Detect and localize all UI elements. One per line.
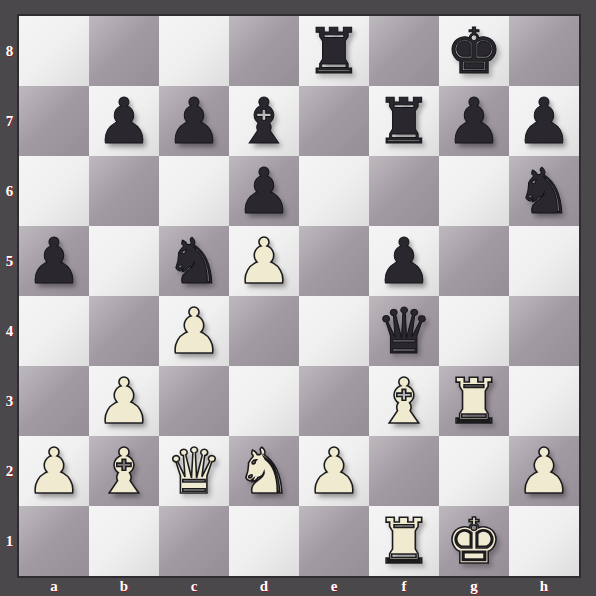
square-c6[interactable]	[159, 156, 229, 226]
piece-black-pawn-d6[interactable]: ♟	[236, 160, 292, 223]
piece-black-rook-f7[interactable]: ♜	[376, 90, 432, 153]
square-h5[interactable]	[509, 226, 579, 296]
square-d5[interactable]: ♟	[229, 226, 299, 296]
square-b2[interactable]: ♝	[89, 436, 159, 506]
piece-black-pawn-g7[interactable]: ♟	[446, 90, 502, 153]
square-h6[interactable]: ♞	[509, 156, 579, 226]
square-c1[interactable]	[159, 506, 229, 576]
square-b4[interactable]	[89, 296, 159, 366]
square-a7[interactable]	[19, 86, 89, 156]
piece-white-king-g1[interactable]: ♚	[446, 510, 502, 573]
square-c3[interactable]	[159, 366, 229, 436]
square-d4[interactable]	[229, 296, 299, 366]
file-label-h: h	[509, 576, 579, 596]
square-h1[interactable]	[509, 506, 579, 576]
rank-label-6: 6	[0, 156, 19, 226]
square-d7[interactable]: ♝	[229, 86, 299, 156]
rank-labels: 87654321	[0, 16, 19, 576]
chess-board: ♜♚♟♟♝♜♟♟♟♞♟♞♟♟♟♛♟♝♜♟♝♛♞♟♟♜♚	[19, 16, 579, 576]
square-b1[interactable]	[89, 506, 159, 576]
piece-white-pawn-h2[interactable]: ♟	[516, 440, 572, 503]
square-g3[interactable]: ♜	[439, 366, 509, 436]
piece-white-bishop-b2[interactable]: ♝	[96, 440, 152, 503]
square-c2[interactable]: ♛	[159, 436, 229, 506]
square-e4[interactable]	[299, 296, 369, 366]
piece-white-queen-c2[interactable]: ♛	[166, 440, 222, 503]
rank-label-5: 5	[0, 226, 19, 296]
square-a3[interactable]	[19, 366, 89, 436]
square-b7[interactable]: ♟	[89, 86, 159, 156]
file-label-d: d	[229, 576, 299, 596]
square-e7[interactable]	[299, 86, 369, 156]
square-g5[interactable]	[439, 226, 509, 296]
square-g1[interactable]: ♚	[439, 506, 509, 576]
square-a8[interactable]	[19, 16, 89, 86]
square-c5[interactable]: ♞	[159, 226, 229, 296]
square-a6[interactable]	[19, 156, 89, 226]
square-e6[interactable]	[299, 156, 369, 226]
rank-label-2: 2	[0, 436, 19, 506]
file-label-c: c	[159, 576, 229, 596]
square-b6[interactable]	[89, 156, 159, 226]
square-b8[interactable]	[89, 16, 159, 86]
piece-black-pawn-h7[interactable]: ♟	[516, 90, 572, 153]
piece-black-pawn-f5[interactable]: ♟	[376, 230, 432, 293]
piece-black-knight-h6[interactable]: ♞	[516, 160, 572, 223]
file-label-e: e	[299, 576, 369, 596]
rank-label-4: 4	[0, 296, 19, 366]
square-d2[interactable]: ♞	[229, 436, 299, 506]
piece-white-rook-f1[interactable]: ♜	[376, 510, 432, 573]
piece-black-king-g8[interactable]: ♚	[446, 20, 502, 83]
file-labels: abcdefgh	[19, 576, 579, 596]
square-f7[interactable]: ♜	[369, 86, 439, 156]
square-h7[interactable]: ♟	[509, 86, 579, 156]
piece-white-pawn-b3[interactable]: ♟	[96, 370, 152, 433]
file-label-g: g	[439, 576, 509, 596]
piece-white-rook-g3[interactable]: ♜	[446, 370, 502, 433]
square-f1[interactable]: ♜	[369, 506, 439, 576]
square-b3[interactable]: ♟	[89, 366, 159, 436]
rank-label-7: 7	[0, 86, 19, 156]
square-f8[interactable]	[369, 16, 439, 86]
square-e3[interactable]	[299, 366, 369, 436]
file-label-b: b	[89, 576, 159, 596]
square-c8[interactable]	[159, 16, 229, 86]
square-a2[interactable]: ♟	[19, 436, 89, 506]
file-label-f: f	[369, 576, 439, 596]
piece-black-pawn-c7[interactable]: ♟	[166, 90, 222, 153]
square-g6[interactable]	[439, 156, 509, 226]
piece-white-bishop-f3[interactable]: ♝	[376, 370, 432, 433]
square-f2[interactable]	[369, 436, 439, 506]
square-c7[interactable]: ♟	[159, 86, 229, 156]
piece-white-knight-d2[interactable]: ♞	[236, 440, 292, 503]
square-d3[interactable]	[229, 366, 299, 436]
rank-label-8: 8	[0, 16, 19, 86]
square-c4[interactable]: ♟	[159, 296, 229, 366]
square-a1[interactable]	[19, 506, 89, 576]
piece-black-rook-e8[interactable]: ♜	[306, 20, 362, 83]
piece-white-pawn-a2[interactable]: ♟	[26, 440, 82, 503]
piece-black-pawn-a5[interactable]: ♟	[26, 230, 82, 293]
square-e8[interactable]: ♜	[299, 16, 369, 86]
square-e2[interactable]: ♟	[299, 436, 369, 506]
square-f6[interactable]	[369, 156, 439, 226]
square-f5[interactable]: ♟	[369, 226, 439, 296]
square-e5[interactable]	[299, 226, 369, 296]
piece-black-bishop-d7[interactable]: ♝	[236, 90, 292, 153]
square-h4[interactable]	[509, 296, 579, 366]
square-a5[interactable]: ♟	[19, 226, 89, 296]
square-g8[interactable]: ♚	[439, 16, 509, 86]
piece-black-pawn-b7[interactable]: ♟	[96, 90, 152, 153]
square-f3[interactable]: ♝	[369, 366, 439, 436]
square-b5[interactable]	[89, 226, 159, 296]
square-h3[interactable]	[509, 366, 579, 436]
rank-label-3: 3	[0, 366, 19, 436]
piece-black-queen-f4[interactable]: ♛	[376, 300, 432, 363]
square-d1[interactable]	[229, 506, 299, 576]
square-e1[interactable]	[299, 506, 369, 576]
piece-white-pawn-e2[interactable]: ♟	[306, 440, 362, 503]
square-g7[interactable]: ♟	[439, 86, 509, 156]
square-g2[interactable]	[439, 436, 509, 506]
square-g4[interactable]	[439, 296, 509, 366]
piece-white-pawn-d5[interactable]: ♟	[236, 230, 292, 293]
piece-black-knight-c5[interactable]: ♞	[166, 230, 222, 293]
rank-label-1: 1	[0, 506, 19, 576]
square-d8[interactable]	[229, 16, 299, 86]
square-f4[interactable]: ♛	[369, 296, 439, 366]
square-a4[interactable]	[19, 296, 89, 366]
square-h2[interactable]: ♟	[509, 436, 579, 506]
board-frame: ♜♚♟♟♝♜♟♟♟♞♟♞♟♟♟♛♟♝♜♟♝♛♞♟♟♜♚ 87654321 abc…	[0, 0, 596, 596]
square-h8[interactable]	[509, 16, 579, 86]
file-label-a: a	[19, 576, 89, 596]
square-d6[interactable]: ♟	[229, 156, 299, 226]
piece-white-pawn-c4[interactable]: ♟	[166, 300, 222, 363]
